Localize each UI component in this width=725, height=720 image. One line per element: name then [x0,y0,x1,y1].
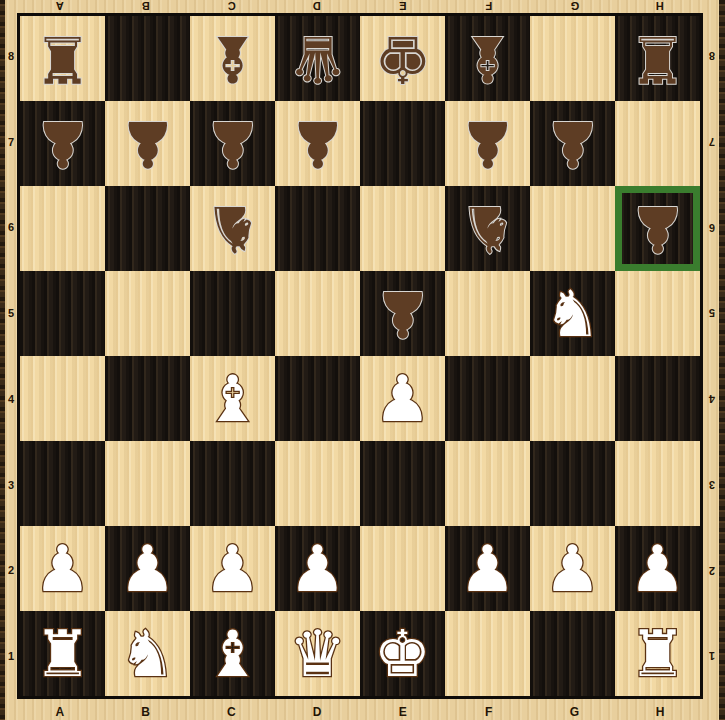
square-d1[interactable]: ♛ [275,611,360,696]
square-b7[interactable]: ♟ [105,101,190,186]
square-d8[interactable]: ♛ [275,16,360,101]
piece-white-bishop[interactable]: ♝ [204,622,261,686]
square-h1[interactable]: ♜ [615,611,700,696]
square-e1[interactable]: ♚ [360,611,445,696]
square-b3[interactable] [105,441,190,526]
square-e5[interactable]: ♟ [360,271,445,356]
piece-white-rook[interactable]: ♜ [629,622,686,686]
square-e4[interactable]: ♟ [360,356,445,441]
piece-white-rook[interactable]: ♜ [34,622,91,686]
piece-white-queen[interactable]: ♛ [289,622,346,686]
piece-white-bishop[interactable]: ♝ [204,367,261,431]
square-d6[interactable] [275,186,360,271]
square-d3[interactable] [275,441,360,526]
square-a7[interactable]: ♟ [20,101,105,186]
piece-black-knight[interactable]: ♞ [204,197,261,261]
square-c3[interactable] [190,441,275,526]
piece-white-pawn[interactable]: ♟ [34,537,91,601]
square-e6[interactable] [360,186,445,271]
piece-white-pawn[interactable]: ♟ [289,537,346,601]
square-g2[interactable]: ♟ [530,526,615,611]
square-h4[interactable] [615,356,700,441]
piece-black-knight[interactable]: ♞ [459,197,516,261]
piece-white-knight[interactable]: ♞ [119,622,176,686]
piece-black-pawn[interactable]: ♟ [629,197,686,261]
square-h3[interactable] [615,441,700,526]
piece-white-pawn[interactable]: ♟ [544,537,601,601]
piece-black-rook[interactable]: ♜ [629,27,686,91]
square-a5[interactable] [20,271,105,356]
piece-white-pawn[interactable]: ♟ [374,367,431,431]
square-e2[interactable] [360,526,445,611]
piece-black-bishop[interactable]: ♝ [459,27,516,91]
square-h5[interactable] [615,271,700,356]
piece-white-pawn[interactable]: ♟ [459,537,516,601]
square-g1[interactable] [530,611,615,696]
square-e8[interactable]: ♚ [360,16,445,101]
piece-black-pawn[interactable]: ♟ [204,112,261,176]
square-c6[interactable]: ♞ [190,186,275,271]
square-b2[interactable]: ♟ [105,526,190,611]
piece-white-king[interactable]: ♚ [374,622,431,686]
piece-black-bishop[interactable]: ♝ [204,27,261,91]
square-f2[interactable]: ♟ [445,526,530,611]
square-c8[interactable]: ♝ [190,16,275,101]
square-e7[interactable] [360,101,445,186]
square-c5[interactable] [190,271,275,356]
square-f8[interactable]: ♝ [445,16,530,101]
piece-black-pawn[interactable]: ♟ [119,112,176,176]
piece-black-pawn[interactable]: ♟ [459,112,516,176]
square-a4[interactable] [20,356,105,441]
piece-black-rook[interactable]: ♜ [34,27,91,91]
square-f1[interactable] [445,611,530,696]
square-c7[interactable]: ♟ [190,101,275,186]
square-a2[interactable]: ♟ [20,526,105,611]
chess-app-window: ABCDEFGH 87654321 87654321 ABCDEFGH ♜♝♛♚… [0,0,725,720]
square-f4[interactable] [445,356,530,441]
square-d4[interactable] [275,356,360,441]
square-b5[interactable] [105,271,190,356]
square-c2[interactable]: ♟ [190,526,275,611]
square-g7[interactable]: ♟ [530,101,615,186]
chess-board: ♜♝♛♚♝♜♟♟♟♟♟♟♞♞♟♟♞♝♟♟♟♟♟♟♟♟♜♞♝♛♚♜ [17,13,703,699]
square-e3[interactable] [360,441,445,526]
square-f6[interactable]: ♞ [445,186,530,271]
square-f5[interactable] [445,271,530,356]
square-a1[interactable]: ♜ [20,611,105,696]
piece-white-pawn[interactable]: ♟ [204,537,261,601]
square-g3[interactable] [530,441,615,526]
square-d2[interactable]: ♟ [275,526,360,611]
square-b1[interactable]: ♞ [105,611,190,696]
square-g5[interactable]: ♞ [530,271,615,356]
square-f7[interactable]: ♟ [445,101,530,186]
square-b4[interactable] [105,356,190,441]
square-f3[interactable] [445,441,530,526]
piece-black-king[interactable]: ♚ [374,27,431,91]
wood-frame-left [0,0,5,720]
square-h2[interactable]: ♟ [615,526,700,611]
piece-black-pawn[interactable]: ♟ [289,112,346,176]
piece-black-pawn[interactable]: ♟ [374,282,431,346]
piece-black-pawn[interactable]: ♟ [544,112,601,176]
square-g6[interactable] [530,186,615,271]
square-b8[interactable] [105,16,190,101]
square-c1[interactable]: ♝ [190,611,275,696]
square-g4[interactable] [530,356,615,441]
square-a6[interactable] [20,186,105,271]
piece-white-knight[interactable]: ♞ [544,282,601,346]
square-d7[interactable]: ♟ [275,101,360,186]
piece-white-pawn[interactable]: ♟ [629,537,686,601]
square-a3[interactable] [20,441,105,526]
square-h6[interactable]: ♟ [615,186,700,271]
square-b6[interactable] [105,186,190,271]
square-d5[interactable] [275,271,360,356]
square-c4[interactable]: ♝ [190,356,275,441]
square-h8[interactable]: ♜ [615,16,700,101]
piece-white-pawn[interactable]: ♟ [119,537,176,601]
square-h7[interactable] [615,101,700,186]
piece-black-queen[interactable]: ♛ [289,27,346,91]
square-g8[interactable] [530,16,615,101]
wood-frame-right [719,0,725,720]
piece-black-pawn[interactable]: ♟ [34,112,91,176]
square-a8[interactable]: ♜ [20,16,105,101]
